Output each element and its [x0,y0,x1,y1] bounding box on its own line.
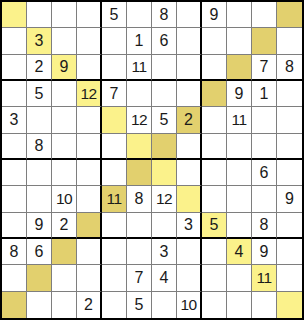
cell-r4c1[interactable] [2,81,27,107]
cell-r9c10[interactable] [227,213,252,239]
cell-r10c2[interactable]: 6 [27,239,52,265]
cell-r5c9[interactable] [202,107,227,133]
cell-r6c5[interactable] [102,134,127,160]
cell-r1c10[interactable] [227,2,252,28]
cell-r9c6[interactable] [127,213,152,239]
cell-r1c4[interactable] [77,2,102,28]
cell-r4c2[interactable]: 5 [27,81,52,107]
cell-r11c1[interactable] [2,265,27,291]
cell-r6c12[interactable] [277,134,302,160]
cell-r12c12[interactable] [277,292,302,318]
cell-r9c9[interactable]: 5 [202,213,227,239]
cell-r7c1[interactable] [2,160,27,186]
cell-r7c7[interactable] [152,160,177,186]
cell-r8c10[interactable] [227,186,252,212]
cell-r1c11[interactable] [252,2,277,28]
cell-r4c10[interactable]: 9 [227,81,252,107]
cell-r10c9[interactable] [202,239,227,265]
cell-r5c11[interactable] [252,107,277,133]
cell-r8c4[interactable] [77,186,102,212]
cell-r7c5[interactable] [102,160,127,186]
cell-r11c8[interactable] [177,265,202,291]
cell-r12c6[interactable]: 5 [127,292,152,318]
cell-r2c10[interactable] [227,28,252,54]
cell-r2c2[interactable]: 3 [27,28,52,54]
cell-r3c10[interactable] [227,55,252,81]
cell-r3c7[interactable] [152,55,177,81]
cell-r1c12[interactable] [277,2,302,28]
cell-r2c4[interactable] [77,28,102,54]
cell-r6c6[interactable] [127,134,152,160]
cell-r2c7[interactable]: 6 [152,28,177,54]
cell-r9c2[interactable]: 9 [27,213,52,239]
cell-r5c4[interactable] [77,107,102,133]
cell-r1c9[interactable]: 9 [202,2,227,28]
cell-r3c3[interactable]: 9 [52,55,77,81]
cell-r11c3[interactable] [52,265,77,291]
cell-r7c4[interactable] [77,160,102,186]
cell-r5c5[interactable] [102,107,127,133]
cell-r7c6[interactable] [127,160,152,186]
cell-r12c4[interactable]: 2 [77,292,102,318]
cell-r8c6[interactable]: 8 [127,186,152,212]
cell-r4c9[interactable] [202,81,227,107]
sudoku-board: 5893162911785127913125211861011812992358… [0,0,304,320]
cell-r2c9[interactable] [202,28,227,54]
cell-r3c9[interactable] [202,55,227,81]
cell-r2c5[interactable] [102,28,127,54]
cell-r7c9[interactable] [202,160,227,186]
cell-r4c5[interactable]: 7 [102,81,127,107]
cell-r12c7[interactable] [152,292,177,318]
cell-r6c2[interactable]: 8 [27,134,52,160]
cell-r9c11[interactable]: 8 [252,213,277,239]
cell-r10c4[interactable] [77,239,102,265]
cell-r12c3[interactable] [52,292,77,318]
cell-r4c6[interactable] [127,81,152,107]
cell-r11c5[interactable] [102,265,127,291]
cell-r9c5[interactable] [102,213,127,239]
cell-r2c1[interactable] [2,28,27,54]
cell-r11c10[interactable] [227,265,252,291]
cell-r5c1[interactable]: 3 [2,107,27,133]
cell-r8c11[interactable] [252,186,277,212]
cell-r8c3[interactable]: 10 [52,186,77,212]
cell-r5c7[interactable]: 5 [152,107,177,133]
cell-r4c8[interactable] [177,81,202,107]
cell-r1c7[interactable]: 8 [152,2,177,28]
cell-r11c11[interactable]: 11 [252,265,277,291]
cell-r7c10[interactable] [227,160,252,186]
cell-r9c12[interactable] [277,213,302,239]
cell-r2c12[interactable] [277,28,302,54]
cell-r10c1[interactable]: 8 [2,239,27,265]
cell-r12c8[interactable]: 10 [177,292,202,318]
cell-r10c3[interactable] [52,239,77,265]
cell-r1c5[interactable]: 5 [102,2,127,28]
cell-r4c4[interactable]: 12 [77,81,102,107]
cell-r7c3[interactable] [52,160,77,186]
cell-r10c5[interactable] [102,239,127,265]
cell-r11c4[interactable] [77,265,102,291]
cell-r6c10[interactable] [227,134,252,160]
cell-r3c4[interactable] [77,55,102,81]
cell-r8c7[interactable]: 12 [152,186,177,212]
cell-r9c7[interactable] [152,213,177,239]
cell-r6c7[interactable] [152,134,177,160]
cell-r3c2[interactable]: 2 [27,55,52,81]
cell-r5c12[interactable] [277,107,302,133]
cell-r10c8[interactable] [177,239,202,265]
cell-r4c12[interactable] [277,81,302,107]
cell-r10c11[interactable]: 9 [252,239,277,265]
cell-r9c4[interactable] [77,213,102,239]
cell-r8c8[interactable] [177,186,202,212]
cell-r7c12[interactable] [277,160,302,186]
cell-r10c7[interactable]: 3 [152,239,177,265]
cell-r5c6[interactable]: 12 [127,107,152,133]
cell-r6c4[interactable] [77,134,102,160]
cell-r12c2[interactable] [27,292,52,318]
cell-r8c1[interactable] [2,186,27,212]
cell-r9c8[interactable]: 3 [177,213,202,239]
cell-r11c6[interactable]: 7 [127,265,152,291]
cell-r2c11[interactable] [252,28,277,54]
cell-r5c2[interactable] [27,107,52,133]
cell-r9c1[interactable] [2,213,27,239]
cell-r3c11[interactable]: 7 [252,55,277,81]
cell-r5c8[interactable]: 2 [177,107,202,133]
cell-r1c3[interactable] [52,2,77,28]
cell-r6c11[interactable] [252,134,277,160]
cell-r7c11[interactable]: 6 [252,160,277,186]
cell-r10c10[interactable]: 4 [227,239,252,265]
cell-r10c6[interactable] [127,239,152,265]
cell-r1c1[interactable] [2,2,27,28]
cell-r4c7[interactable] [152,81,177,107]
cell-r3c5[interactable] [102,55,127,81]
cell-r3c1[interactable] [2,55,27,81]
cell-r10c12[interactable] [277,239,302,265]
cell-r7c8[interactable] [177,160,202,186]
cell-r8c12[interactable]: 9 [277,186,302,212]
cell-r9c3[interactable]: 2 [52,213,77,239]
cell-r6c8[interactable] [177,134,202,160]
cell-r8c2[interactable] [27,186,52,212]
cell-r3c6[interactable]: 11 [127,55,152,81]
cell-r11c12[interactable] [277,265,302,291]
cell-r6c3[interactable] [52,134,77,160]
cell-r3c12[interactable]: 8 [277,55,302,81]
cell-r11c9[interactable] [202,265,227,291]
cell-r12c1[interactable] [2,292,27,318]
cell-r11c7[interactable]: 4 [152,265,177,291]
cell-r12c10[interactable] [227,292,252,318]
cell-r8c9[interactable] [202,186,227,212]
cell-r6c1[interactable] [2,134,27,160]
cell-r3c8[interactable] [177,55,202,81]
cell-r4c11[interactable]: 1 [252,81,277,107]
cell-r2c8[interactable] [177,28,202,54]
cell-r12c11[interactable] [252,292,277,318]
cell-r5c3[interactable] [52,107,77,133]
cell-r6c9[interactable] [202,134,227,160]
cell-r5c10[interactable]: 11 [227,107,252,133]
cell-r2c3[interactable] [52,28,77,54]
cell-r2c6[interactable]: 1 [127,28,152,54]
cell-r8c5[interactable]: 11 [102,186,127,212]
cell-r12c5[interactable] [102,292,127,318]
cell-r4c3[interactable] [52,81,77,107]
cell-r12c9[interactable] [202,292,227,318]
cell-r1c2[interactable] [27,2,52,28]
cell-r11c2[interactable] [27,265,52,291]
cell-r1c6[interactable] [127,2,152,28]
cell-r1c8[interactable] [177,2,202,28]
cell-r7c2[interactable] [27,160,52,186]
